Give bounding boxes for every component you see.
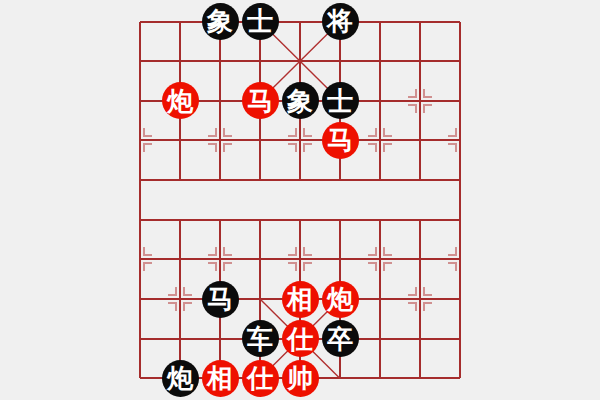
point-0-0[interactable] xyxy=(120,2,160,42)
point-4-7[interactable]: 相 xyxy=(280,279,320,319)
point-1-9[interactable]: 炮 xyxy=(160,359,200,399)
piece-black-cannon[interactable]: 炮 xyxy=(162,360,199,397)
piece-black-chariot[interactable]: 车 xyxy=(242,320,279,357)
point-0-6[interactable] xyxy=(120,240,160,280)
point-2-6[interactable] xyxy=(200,240,240,280)
point-3-8[interactable]: 车 xyxy=(240,319,280,359)
point-1-2[interactable]: 炮 xyxy=(160,81,200,121)
point-2-4[interactable] xyxy=(200,160,240,200)
point-1-3[interactable] xyxy=(160,121,200,161)
piece-black-elephant[interactable]: 象 xyxy=(202,3,239,40)
point-2-2[interactable] xyxy=(200,81,240,121)
point-6-3[interactable] xyxy=(360,121,400,161)
piece-red-horse[interactable]: 马 xyxy=(242,82,279,119)
point-4-2[interactable]: 象 xyxy=(280,81,320,121)
piece-red-horse[interactable]: 马 xyxy=(322,122,359,159)
point-4-3[interactable] xyxy=(280,121,320,161)
point-3-9[interactable]: 仕 xyxy=(240,359,280,399)
point-5-8[interactable]: 卒 xyxy=(320,319,360,359)
point-4-6[interactable] xyxy=(280,240,320,280)
point-6-9[interactable] xyxy=(360,359,400,399)
piece-red-advisor[interactable]: 仕 xyxy=(242,360,279,397)
point-0-3[interactable] xyxy=(120,121,160,161)
piece-black-advisor[interactable]: 士 xyxy=(242,3,279,40)
piece-red-advisor[interactable]: 仕 xyxy=(282,320,319,357)
point-0-5[interactable] xyxy=(120,200,160,240)
point-0-7[interactable] xyxy=(120,279,160,319)
point-5-2[interactable]: 士 xyxy=(320,81,360,121)
point-4-0[interactable] xyxy=(280,2,320,42)
point-7-5[interactable] xyxy=(400,200,440,240)
point-6-2[interactable] xyxy=(360,81,400,121)
point-6-6[interactable] xyxy=(360,240,400,280)
point-3-7[interactable] xyxy=(240,279,280,319)
point-1-1[interactable] xyxy=(160,41,200,81)
point-7-7[interactable] xyxy=(400,279,440,319)
point-8-5[interactable] xyxy=(440,200,480,240)
point-8-6[interactable] xyxy=(440,240,480,280)
point-2-7[interactable]: 马 xyxy=(200,279,240,319)
point-5-7[interactable]: 炮 xyxy=(320,279,360,319)
piece-red-elephant[interactable]: 相 xyxy=(282,281,319,318)
point-5-6[interactable] xyxy=(320,240,360,280)
point-1-7[interactable] xyxy=(160,279,200,319)
point-1-0[interactable] xyxy=(160,2,200,42)
xiangqi-board: 象士将炮马象士马马相炮车仕卒炮相仕帅 xyxy=(120,2,480,399)
point-1-8[interactable] xyxy=(160,319,200,359)
point-1-4[interactable] xyxy=(160,160,200,200)
point-7-3[interactable] xyxy=(400,121,440,161)
point-4-1[interactable] xyxy=(280,41,320,81)
point-5-5[interactable] xyxy=(320,200,360,240)
piece-black-advisor[interactable]: 士 xyxy=(322,82,359,119)
point-8-3[interactable] xyxy=(440,121,480,161)
point-3-3[interactable] xyxy=(240,121,280,161)
point-7-2[interactable] xyxy=(400,81,440,121)
piece-red-general[interactable]: 帅 xyxy=(282,360,319,397)
point-1-5[interactable] xyxy=(160,200,200,240)
point-8-4[interactable] xyxy=(440,160,480,200)
piece-red-cannon[interactable]: 炮 xyxy=(322,281,359,318)
point-1-6[interactable] xyxy=(160,240,200,280)
point-6-8[interactable] xyxy=(360,319,400,359)
point-0-9[interactable] xyxy=(120,359,160,399)
point-2-9[interactable]: 相 xyxy=(200,359,240,399)
point-6-1[interactable] xyxy=(360,41,400,81)
point-2-1[interactable] xyxy=(200,41,240,81)
point-7-6[interactable] xyxy=(400,240,440,280)
point-8-9[interactable] xyxy=(440,359,480,399)
point-8-2[interactable] xyxy=(440,81,480,121)
piece-black-general[interactable]: 将 xyxy=(322,3,359,40)
point-6-4[interactable] xyxy=(360,160,400,200)
point-4-5[interactable] xyxy=(280,200,320,240)
point-0-2[interactable] xyxy=(120,81,160,121)
point-3-6[interactable] xyxy=(240,240,280,280)
piece-red-cannon[interactable]: 炮 xyxy=(162,82,199,119)
point-2-5[interactable] xyxy=(200,200,240,240)
point-4-9[interactable]: 帅 xyxy=(280,359,320,399)
point-6-0[interactable] xyxy=(360,2,400,42)
piece-black-soldier[interactable]: 卒 xyxy=(322,320,359,357)
xiangqi-app-window: 象士将炮马象士马马相炮车仕卒炮相仕帅 xyxy=(0,0,600,400)
point-7-0[interactable] xyxy=(400,2,440,42)
point-4-8[interactable]: 仕 xyxy=(280,319,320,359)
point-5-0[interactable]: 将 xyxy=(320,2,360,42)
point-0-1[interactable] xyxy=(120,41,160,81)
point-7-8[interactable] xyxy=(400,319,440,359)
point-5-1[interactable] xyxy=(320,41,360,81)
point-6-7[interactable] xyxy=(360,279,400,319)
point-8-7[interactable] xyxy=(440,279,480,319)
point-3-5[interactable] xyxy=(240,200,280,240)
point-0-4[interactable] xyxy=(120,160,160,200)
point-7-9[interactable] xyxy=(400,359,440,399)
point-5-3[interactable]: 马 xyxy=(320,121,360,161)
point-3-4[interactable] xyxy=(240,160,280,200)
piece-black-horse[interactable]: 马 xyxy=(202,281,239,318)
point-3-0[interactable]: 士 xyxy=(240,2,280,42)
point-7-1[interactable] xyxy=(400,41,440,81)
point-5-4[interactable] xyxy=(320,160,360,200)
point-2-8[interactable] xyxy=(200,319,240,359)
piece-red-elephant[interactable]: 相 xyxy=(202,360,239,397)
point-8-1[interactable] xyxy=(440,41,480,81)
point-3-1[interactable] xyxy=(240,41,280,81)
point-6-5[interactable] xyxy=(360,200,400,240)
piece-black-elephant[interactable]: 象 xyxy=(282,82,319,119)
point-8-8[interactable] xyxy=(440,319,480,359)
point-2-0[interactable]: 象 xyxy=(200,2,240,42)
point-8-0[interactable] xyxy=(440,2,480,42)
point-4-4[interactable] xyxy=(280,160,320,200)
point-5-9[interactable] xyxy=(320,359,360,399)
point-7-4[interactable] xyxy=(400,160,440,200)
point-0-8[interactable] xyxy=(120,319,160,359)
point-2-3[interactable] xyxy=(200,121,240,161)
point-3-2[interactable]: 马 xyxy=(240,81,280,121)
